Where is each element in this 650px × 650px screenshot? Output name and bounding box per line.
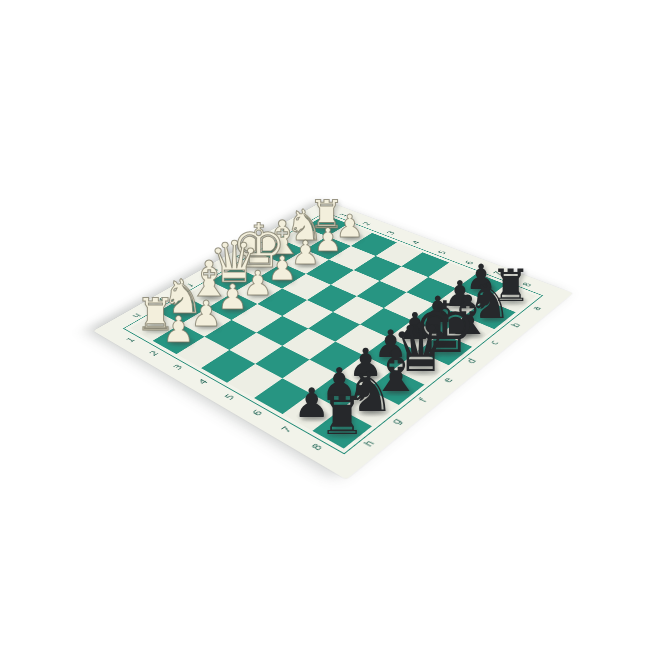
piece-white-pawn-h2[interactable]: ♟ [162,313,195,349]
pieces-layer: ♜♞♝♚♛♝♞♜♟♟♟♟♟♟♟♟♟♟♟♟♟♟♟♟♜♞♝♚♛♝♞♜ [0,0,650,650]
piece-black-rook-h8[interactable]: ♜ [319,390,366,442]
chess-set-product-photo: abcdefgh abcdefgh 87654321 87654321 ♜♞♝♚… [0,0,650,650]
